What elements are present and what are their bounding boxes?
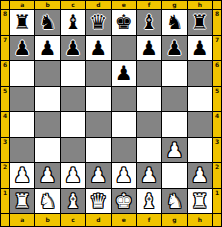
square-g3[interactable]: ♟ xyxy=(162,138,186,163)
square-h8[interactable]: ♜ xyxy=(188,10,212,35)
square-e2[interactable]: ♟ xyxy=(112,163,136,188)
square-h7[interactable]: ♟ xyxy=(188,36,212,61)
black-pawn[interactable]: ♟ xyxy=(191,38,209,58)
square-f5[interactable] xyxy=(137,87,161,112)
square-e4[interactable] xyxy=(112,112,136,137)
rank-labels-right: 87654321 xyxy=(213,10,221,213)
border-corner-bottom-left xyxy=(1,214,9,226)
file-label-d: d xyxy=(86,1,110,9)
white-rook[interactable]: ♜ xyxy=(191,191,209,211)
square-h1[interactable]: ♜ xyxy=(188,189,212,214)
square-a4[interactable] xyxy=(10,112,34,137)
square-h5[interactable] xyxy=(188,87,212,112)
rank-label-3: 3 xyxy=(213,138,221,163)
file-label-f: f xyxy=(137,214,161,226)
square-g2[interactable] xyxy=(162,163,186,188)
white-pawn[interactable]: ♟ xyxy=(165,140,183,160)
square-a6[interactable] xyxy=(10,61,34,86)
square-a5[interactable] xyxy=(10,87,34,112)
square-b2[interactable]: ♟ xyxy=(35,163,59,188)
square-c2[interactable]: ♟ xyxy=(61,163,85,188)
square-f1[interactable]: ♝ xyxy=(137,189,161,214)
square-a3[interactable] xyxy=(10,138,34,163)
white-bishop[interactable]: ♝ xyxy=(64,191,82,211)
black-knight[interactable]: ♞ xyxy=(165,12,183,32)
square-h2[interactable]: ♟ xyxy=(188,163,212,188)
square-b4[interactable] xyxy=(35,112,59,137)
white-queen[interactable]: ♛ xyxy=(89,191,107,211)
rank-label-8: 8 xyxy=(1,10,9,35)
white-pawn[interactable]: ♟ xyxy=(39,165,57,185)
square-d6[interactable] xyxy=(86,61,110,86)
black-pawn[interactable]: ♟ xyxy=(64,38,82,58)
white-pawn[interactable]: ♟ xyxy=(13,165,31,185)
square-g7[interactable]: ♟ xyxy=(162,36,186,61)
black-queen[interactable]: ♛ xyxy=(89,12,107,32)
file-label-e: e xyxy=(112,214,136,226)
square-d2[interactable]: ♟ xyxy=(86,163,110,188)
file-label-e: e xyxy=(112,1,136,9)
file-label-d: d xyxy=(86,214,110,226)
square-c3[interactable] xyxy=(61,138,85,163)
black-bishop[interactable]: ♝ xyxy=(64,12,82,32)
square-g1[interactable]: ♞ xyxy=(162,189,186,214)
black-pawn[interactable]: ♟ xyxy=(89,38,107,58)
square-e3[interactable] xyxy=(112,138,136,163)
square-e7[interactable] xyxy=(112,36,136,61)
file-label-g: g xyxy=(162,1,186,9)
square-g5[interactable] xyxy=(162,87,186,112)
rank-label-2: 2 xyxy=(1,163,9,188)
file-label-c: c xyxy=(61,1,85,9)
square-e6[interactable]: ♟ xyxy=(112,61,136,86)
square-f6[interactable] xyxy=(137,61,161,86)
rank-label-6: 6 xyxy=(213,61,221,86)
square-e8[interactable]: ♚ xyxy=(112,10,136,35)
black-pawn[interactable]: ♟ xyxy=(115,63,133,83)
square-c8[interactable]: ♝ xyxy=(61,10,85,35)
square-c6[interactable] xyxy=(61,61,85,86)
rank-label-4: 4 xyxy=(213,112,221,137)
square-f4[interactable] xyxy=(137,112,161,137)
border-corner-top-right xyxy=(213,1,221,9)
square-d3[interactable] xyxy=(86,138,110,163)
white-rook[interactable]: ♜ xyxy=(13,191,31,211)
file-label-f: f xyxy=(137,1,161,9)
black-knight[interactable]: ♞ xyxy=(39,12,57,32)
square-c7[interactable]: ♟ xyxy=(61,36,85,61)
square-c1[interactable]: ♝ xyxy=(61,189,85,214)
rank-label-6: 6 xyxy=(1,61,9,86)
rank-label-3: 3 xyxy=(1,138,9,163)
black-pawn[interactable]: ♟ xyxy=(13,38,31,58)
square-g4[interactable] xyxy=(162,112,186,137)
square-b5[interactable] xyxy=(35,87,59,112)
file-label-c: c xyxy=(61,214,85,226)
border-corner-bottom-right xyxy=(213,214,221,226)
white-pawn[interactable]: ♟ xyxy=(140,165,158,185)
white-king[interactable]: ♚ xyxy=(115,191,133,211)
square-h3[interactable] xyxy=(188,138,212,163)
file-label-b: b xyxy=(35,214,59,226)
square-b6[interactable] xyxy=(35,61,59,86)
file-label-h: h xyxy=(188,214,212,226)
rank-labels-left: 87654321 xyxy=(1,10,9,213)
square-e1[interactable]: ♚ xyxy=(112,189,136,214)
black-rook[interactable]: ♜ xyxy=(13,12,31,32)
file-labels-bottom: abcdefgh xyxy=(10,214,212,226)
square-d8[interactable]: ♛ xyxy=(86,10,110,35)
rank-label-2: 2 xyxy=(213,163,221,188)
square-d4[interactable] xyxy=(86,112,110,137)
square-f8[interactable]: ♝ xyxy=(137,10,161,35)
black-bishop[interactable]: ♝ xyxy=(140,12,158,32)
square-a2[interactable]: ♟ xyxy=(10,163,34,188)
white-knight[interactable]: ♞ xyxy=(39,191,57,211)
white-pawn[interactable]: ♟ xyxy=(89,165,107,185)
square-d5[interactable] xyxy=(86,87,110,112)
white-pawn[interactable]: ♟ xyxy=(115,165,133,185)
rank-label-1: 1 xyxy=(213,189,221,214)
rank-label-7: 7 xyxy=(213,36,221,61)
file-label-a: a xyxy=(10,214,34,226)
chess-board: ♜♞♝♛♚♝♞♜♟♟♟♟♟♟♟♟♟♟♟♟♟♟♟♟♜♞♝♛♚♝♞♜ xyxy=(10,10,212,213)
square-c4[interactable] xyxy=(61,112,85,137)
rank-label-4: 4 xyxy=(1,112,9,137)
rank-label-5: 5 xyxy=(1,87,9,112)
square-b7[interactable]: ♟ xyxy=(35,36,59,61)
square-g8[interactable]: ♞ xyxy=(162,10,186,35)
square-f3[interactable] xyxy=(137,138,161,163)
square-h4[interactable] xyxy=(188,112,212,137)
square-b1[interactable]: ♞ xyxy=(35,189,59,214)
square-a7[interactable]: ♟ xyxy=(10,36,34,61)
white-pawn[interactable]: ♟ xyxy=(64,165,82,185)
square-b8[interactable]: ♞ xyxy=(35,10,59,35)
border-corner-top-left xyxy=(1,1,9,9)
black-king[interactable]: ♚ xyxy=(115,12,133,32)
square-c5[interactable] xyxy=(61,87,85,112)
square-e5[interactable] xyxy=(112,87,136,112)
file-label-a: a xyxy=(10,1,34,9)
black-pawn[interactable]: ♟ xyxy=(39,38,57,58)
white-pawn[interactable]: ♟ xyxy=(191,165,209,185)
file-labels-top: abcdefgh xyxy=(10,1,212,9)
square-a8[interactable]: ♜ xyxy=(10,10,34,35)
square-f2[interactable]: ♟ xyxy=(137,163,161,188)
black-rook[interactable]: ♜ xyxy=(191,12,209,32)
file-label-h: h xyxy=(188,1,212,9)
square-a1[interactable]: ♜ xyxy=(10,189,34,214)
square-h6[interactable] xyxy=(188,61,212,86)
rank-label-7: 7 xyxy=(1,36,9,61)
rank-label-8: 8 xyxy=(213,10,221,35)
rank-label-1: 1 xyxy=(1,189,9,214)
black-pawn[interactable]: ♟ xyxy=(140,38,158,58)
square-d1[interactable]: ♛ xyxy=(86,189,110,214)
chess-board-frame: abcdefgh 87654321 ♜♞♝♛♚♝♞♜♟♟♟♟♟♟♟♟♟♟♟♟♟♟… xyxy=(0,0,222,227)
file-label-b: b xyxy=(35,1,59,9)
white-knight[interactable]: ♞ xyxy=(165,191,183,211)
black-pawn[interactable]: ♟ xyxy=(165,38,183,58)
square-b3[interactable] xyxy=(35,138,59,163)
square-d7[interactable]: ♟ xyxy=(86,36,110,61)
square-g6[interactable] xyxy=(162,61,186,86)
file-label-g: g xyxy=(162,214,186,226)
square-f7[interactable]: ♟ xyxy=(137,36,161,61)
rank-label-5: 5 xyxy=(213,87,221,112)
white-bishop[interactable]: ♝ xyxy=(140,191,158,211)
